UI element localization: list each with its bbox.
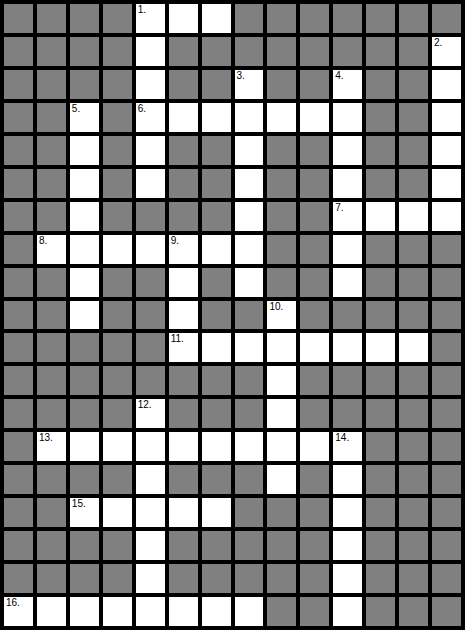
blocked-cell-r17-c8: [267, 564, 296, 593]
blocked-cell-r0-c12: [399, 4, 428, 33]
open-cell-r10-c12[interactable]: [399, 333, 428, 362]
open-cell-r9-c2[interactable]: [70, 301, 99, 330]
blocked-cell-r17-c5: [169, 564, 198, 593]
open-cell-r18-c6[interactable]: [202, 597, 231, 626]
open-cell-r18-c3[interactable]: [103, 597, 132, 626]
blocked-cell-r17-c3: [103, 564, 132, 593]
blocked-cell-r2-c5: [169, 70, 198, 99]
blocked-cell-r17-c13: [432, 564, 461, 593]
blocked-cell-r12-c1: [37, 399, 66, 428]
blocked-cell-r6-c3: [103, 202, 132, 231]
open-cell-r3-c10[interactable]: [333, 103, 362, 132]
blocked-cell-r9-c0: [4, 301, 33, 330]
blocked-cell-r5-c12: [399, 169, 428, 198]
open-cell-r3-c2[interactable]: 5.: [70, 103, 99, 132]
open-cell-r4-c2[interactable]: [70, 136, 99, 165]
blocked-cell-r4-c3: [103, 136, 132, 165]
blocked-cell-r4-c9: [300, 136, 329, 165]
blocked-cell-r11-c5: [169, 366, 198, 395]
blocked-cell-r15-c8: [267, 498, 296, 527]
open-cell-r13-c8[interactable]: [267, 432, 296, 461]
open-cell-r10-c10[interactable]: [333, 333, 362, 362]
blocked-cell-r3-c0: [4, 103, 33, 132]
blocked-cell-r7-c12: [399, 235, 428, 264]
blocked-cell-r5-c5: [169, 169, 198, 198]
clue-number-2: 2.: [434, 37, 442, 49]
clue-number-15: 15.: [72, 498, 86, 510]
blocked-cell-r14-c11: [366, 465, 395, 494]
clue-number-7: 7.: [335, 202, 343, 214]
blocked-cell-r2-c8: [267, 70, 296, 99]
blocked-cell-r12-c6: [202, 399, 231, 428]
blocked-cell-r15-c11: [366, 498, 395, 527]
blocked-cell-r1-c9: [300, 37, 329, 66]
open-cell-r3-c4[interactable]: 6.: [136, 103, 165, 132]
blocked-cell-r15-c0: [4, 498, 33, 527]
open-cell-r14-c4[interactable]: [136, 465, 165, 494]
blocked-cell-r4-c11: [366, 136, 395, 165]
blocked-cell-r1-c6: [202, 37, 231, 66]
open-cell-r17-c10[interactable]: [333, 564, 362, 593]
open-cell-r15-c5[interactable]: [169, 498, 198, 527]
blocked-cell-r10-c2: [70, 333, 99, 362]
clue-number-13: 13.: [39, 432, 53, 444]
open-cell-r13-c3[interactable]: [103, 432, 132, 461]
open-cell-r6-c2[interactable]: [70, 202, 99, 231]
open-cell-r17-c4[interactable]: [136, 564, 165, 593]
blocked-cell-r17-c2: [70, 564, 99, 593]
blocked-cell-r5-c8: [267, 169, 296, 198]
open-cell-r5-c2[interactable]: [70, 169, 99, 198]
blocked-cell-r6-c4: [136, 202, 165, 231]
blocked-cell-r14-c1: [37, 465, 66, 494]
open-cell-r15-c3[interactable]: [103, 498, 132, 527]
blocked-cell-r8-c3: [103, 268, 132, 297]
open-cell-r0-c5[interactable]: [169, 4, 198, 33]
blocked-cell-r8-c12: [399, 268, 428, 297]
blocked-cell-r15-c7: [235, 498, 264, 527]
blocked-cell-r18-c13: [432, 597, 461, 626]
open-cell-r10-c6[interactable]: [202, 333, 231, 362]
open-cell-r7-c2[interactable]: [70, 235, 99, 264]
blocked-cell-r3-c3: [103, 103, 132, 132]
clue-number-3: 3.: [237, 70, 245, 82]
blocked-cell-r16-c2: [70, 531, 99, 560]
blocked-cell-r8-c9: [300, 268, 329, 297]
open-cell-r16-c4[interactable]: [136, 531, 165, 560]
blocked-cell-r18-c8: [267, 597, 296, 626]
open-cell-r4-c4[interactable]: [136, 136, 165, 165]
open-cell-r15-c6[interactable]: [202, 498, 231, 527]
blocked-cell-r12-c9: [300, 399, 329, 428]
open-cell-r6-c13[interactable]: [432, 202, 461, 231]
blocked-cell-r16-c0: [4, 531, 33, 560]
blocked-cell-r0-c0: [4, 4, 33, 33]
open-cell-r7-c3[interactable]: [103, 235, 132, 264]
open-cell-r5-c10[interactable]: [333, 169, 362, 198]
blocked-cell-r13-c12: [399, 432, 428, 461]
blocked-cell-r16-c13: [432, 531, 461, 560]
blocked-cell-r9-c7: [235, 301, 264, 330]
open-cell-r3-c5[interactable]: [169, 103, 198, 132]
open-cell-r7-c6[interactable]: [202, 235, 231, 264]
open-cell-r6-c11[interactable]: [366, 202, 395, 231]
open-cell-r1-c13[interactable]: 2.: [432, 37, 461, 66]
blocked-cell-r15-c12: [399, 498, 428, 527]
blocked-cell-r9-c1: [37, 301, 66, 330]
blocked-cell-r14-c2: [70, 465, 99, 494]
open-cell-r5-c4[interactable]: [136, 169, 165, 198]
blocked-cell-r0-c2: [70, 4, 99, 33]
blocked-cell-r1-c8: [267, 37, 296, 66]
open-cell-r9-c8[interactable]: 10.: [267, 301, 296, 330]
blocked-cell-r14-c6: [202, 465, 231, 494]
open-cell-r8-c7[interactable]: [235, 268, 264, 297]
crossword-board: 1.2.3.4.5.6.7.8.9.10.11.12.13.14.15.16.: [0, 0, 465, 630]
blocked-cell-r11-c11: [366, 366, 395, 395]
blocked-cell-r6-c0: [4, 202, 33, 231]
blocked-cell-r0-c1: [37, 4, 66, 33]
blocked-cell-r9-c4: [136, 301, 165, 330]
blocked-cell-r8-c8: [267, 268, 296, 297]
blocked-cell-r5-c11: [366, 169, 395, 198]
clue-number-16: 16.: [6, 597, 20, 609]
blocked-cell-r9-c12: [399, 301, 428, 330]
blocked-cell-r7-c11: [366, 235, 395, 264]
blocked-cell-r12-c10: [333, 399, 362, 428]
blocked-cell-r15-c9: [300, 498, 329, 527]
blocked-cell-r17-c7: [235, 564, 264, 593]
blocked-cell-r7-c0: [4, 235, 33, 264]
open-cell-r13-c6[interactable]: [202, 432, 231, 461]
blocked-cell-r5-c1: [37, 169, 66, 198]
open-cell-r13-c9[interactable]: [300, 432, 329, 461]
open-cell-r10-c9[interactable]: [300, 333, 329, 362]
blocked-cell-r12-c2: [70, 399, 99, 428]
blocked-cell-r1-c12: [399, 37, 428, 66]
blocked-cell-r11-c12: [399, 366, 428, 395]
open-cell-r4-c7[interactable]: [235, 136, 264, 165]
blocked-cell-r13-c0: [4, 432, 33, 461]
blocked-cell-r1-c11: [366, 37, 395, 66]
open-cell-r6-c12[interactable]: [399, 202, 428, 231]
blocked-cell-r11-c10: [333, 366, 362, 395]
open-cell-r14-c8[interactable]: [267, 465, 296, 494]
open-cell-r3-c9[interactable]: [300, 103, 329, 132]
blocked-cell-r14-c3: [103, 465, 132, 494]
clue-number-8: 8.: [39, 235, 47, 247]
clue-number-5: 5.: [72, 103, 80, 115]
blocked-cell-r3-c11: [366, 103, 395, 132]
blocked-cell-r10-c4: [136, 333, 165, 362]
clue-number-12: 12.: [138, 399, 152, 411]
open-cell-r13-c10[interactable]: 14.: [333, 432, 362, 461]
open-cell-r18-c4[interactable]: [136, 597, 165, 626]
open-cell-r15-c2[interactable]: 15.: [70, 498, 99, 527]
open-cell-r4-c13[interactable]: [432, 136, 461, 165]
blocked-cell-r17-c12: [399, 564, 428, 593]
blocked-cell-r16-c8: [267, 531, 296, 560]
open-cell-r4-c10[interactable]: [333, 136, 362, 165]
blocked-cell-r4-c6: [202, 136, 231, 165]
blocked-cell-r2-c0: [4, 70, 33, 99]
blocked-cell-r0-c13: [432, 4, 461, 33]
blocked-cell-r12-c3: [103, 399, 132, 428]
open-cell-r18-c0[interactable]: 16.: [4, 597, 33, 626]
blocked-cell-r5-c3: [103, 169, 132, 198]
open-cell-r18-c1[interactable]: [37, 597, 66, 626]
clue-number-9: 9.: [171, 235, 179, 247]
blocked-cell-r12-c5: [169, 399, 198, 428]
blocked-cell-r10-c0: [4, 333, 33, 362]
blocked-cell-r0-c10: [333, 4, 362, 33]
blocked-cell-r14-c7: [235, 465, 264, 494]
blocked-cell-r14-c0: [4, 465, 33, 494]
blocked-cell-r16-c5: [169, 531, 198, 560]
open-cell-r2-c13[interactable]: [432, 70, 461, 99]
open-cell-r0-c6[interactable]: [202, 4, 231, 33]
open-cell-r0-c4[interactable]: 1.: [136, 4, 165, 33]
blocked-cell-r11-c0: [4, 366, 33, 395]
blocked-cell-r17-c6: [202, 564, 231, 593]
blocked-cell-r11-c4: [136, 366, 165, 395]
blocked-cell-r0-c7: [235, 4, 264, 33]
blocked-cell-r8-c11: [366, 268, 395, 297]
open-cell-r7-c10[interactable]: [333, 235, 362, 264]
blocked-cell-r12-c13: [432, 399, 461, 428]
open-cell-r3-c7[interactable]: [235, 103, 264, 132]
blocked-cell-r12-c12: [399, 399, 428, 428]
open-cell-r11-c8[interactable]: [267, 366, 296, 395]
blocked-cell-r4-c12: [399, 136, 428, 165]
blocked-cell-r13-c13: [432, 432, 461, 461]
blocked-cell-r9-c10: [333, 301, 362, 330]
open-cell-r6-c7[interactable]: [235, 202, 264, 231]
blocked-cell-r4-c0: [4, 136, 33, 165]
blocked-cell-r4-c1: [37, 136, 66, 165]
open-cell-r10-c5[interactable]: 11.: [169, 333, 198, 362]
blocked-cell-r3-c12: [399, 103, 428, 132]
blocked-cell-r5-c0: [4, 169, 33, 198]
open-cell-r18-c2[interactable]: [70, 597, 99, 626]
blocked-cell-r5-c6: [202, 169, 231, 198]
blocked-cell-r1-c2: [70, 37, 99, 66]
open-cell-r5-c7[interactable]: [235, 169, 264, 198]
blocked-cell-r17-c9: [300, 564, 329, 593]
blocked-cell-r16-c9: [300, 531, 329, 560]
blocked-cell-r16-c6: [202, 531, 231, 560]
blocked-cell-r15-c13: [432, 498, 461, 527]
blocked-cell-r9-c11: [366, 301, 395, 330]
blocked-cell-r2-c3: [103, 70, 132, 99]
blocked-cell-r2-c1: [37, 70, 66, 99]
open-cell-r2-c7[interactable]: 3.: [235, 70, 264, 99]
blocked-cell-r17-c11: [366, 564, 395, 593]
open-cell-r10-c8[interactable]: [267, 333, 296, 362]
open-cell-r9-c5[interactable]: [169, 301, 198, 330]
blocked-cell-r6-c1: [37, 202, 66, 231]
blocked-cell-r10-c3: [103, 333, 132, 362]
blocked-cell-r8-c13: [432, 268, 461, 297]
blocked-cell-r16-c1: [37, 531, 66, 560]
open-cell-r13-c2[interactable]: [70, 432, 99, 461]
open-cell-r2-c10[interactable]: 4.: [333, 70, 362, 99]
open-cell-r6-c10[interactable]: 7.: [333, 202, 362, 231]
blocked-cell-r4-c5: [169, 136, 198, 165]
blocked-cell-r10-c13: [432, 333, 461, 362]
blocked-cell-r2-c11: [366, 70, 395, 99]
blocked-cell-r11-c6: [202, 366, 231, 395]
blocked-cell-r9-c6: [202, 301, 231, 330]
open-cell-r18-c7[interactable]: [235, 597, 264, 626]
blocked-cell-r16-c3: [103, 531, 132, 560]
blocked-cell-r1-c0: [4, 37, 33, 66]
blocked-cell-r14-c13: [432, 465, 461, 494]
blocked-cell-r6-c6: [202, 202, 231, 231]
open-cell-r2-c4[interactable]: [136, 70, 165, 99]
blocked-cell-r7-c13: [432, 235, 461, 264]
open-cell-r1-c4[interactable]: [136, 37, 165, 66]
blocked-cell-r7-c9: [300, 235, 329, 264]
blocked-cell-r15-c1: [37, 498, 66, 527]
blocked-cell-r6-c9: [300, 202, 329, 231]
blocked-cell-r1-c3: [103, 37, 132, 66]
blocked-cell-r18-c12: [399, 597, 428, 626]
blocked-cell-r17-c1: [37, 564, 66, 593]
open-cell-r8-c10[interactable]: [333, 268, 362, 297]
open-cell-r3-c8[interactable]: [267, 103, 296, 132]
blocked-cell-r0-c8: [267, 4, 296, 33]
blocked-cell-r11-c1: [37, 366, 66, 395]
blocked-cell-r14-c5: [169, 465, 198, 494]
open-cell-r3-c6[interactable]: [202, 103, 231, 132]
blocked-cell-r1-c7: [235, 37, 264, 66]
open-cell-r7-c1[interactable]: 8.: [37, 235, 66, 264]
open-cell-r7-c4[interactable]: [136, 235, 165, 264]
open-cell-r3-c13[interactable]: [432, 103, 461, 132]
clue-number-10: 10.: [269, 301, 283, 313]
blocked-cell-r11-c9: [300, 366, 329, 395]
blocked-cell-r0-c3: [103, 4, 132, 33]
blocked-cell-r10-c1: [37, 333, 66, 362]
open-cell-r10-c7[interactable]: [235, 333, 264, 362]
blocked-cell-r8-c1: [37, 268, 66, 297]
blocked-cell-r11-c13: [432, 366, 461, 395]
blocked-cell-r16-c12: [399, 531, 428, 560]
blocked-cell-r8-c0: [4, 268, 33, 297]
open-cell-r18-c5[interactable]: [169, 597, 198, 626]
blocked-cell-r17-c0: [4, 564, 33, 593]
blocked-cell-r9-c13: [432, 301, 461, 330]
blocked-cell-r9-c3: [103, 301, 132, 330]
blocked-cell-r6-c8: [267, 202, 296, 231]
blocked-cell-r11-c2: [70, 366, 99, 395]
open-cell-r10-c11[interactable]: [366, 333, 395, 362]
open-cell-r5-c13[interactable]: [432, 169, 461, 198]
open-cell-r16-c10[interactable]: [333, 531, 362, 560]
blocked-cell-r2-c6: [202, 70, 231, 99]
blocked-cell-r14-c12: [399, 465, 428, 494]
open-cell-r13-c4[interactable]: [136, 432, 165, 461]
blocked-cell-r18-c11: [366, 597, 395, 626]
blocked-cell-r18-c9: [300, 597, 329, 626]
blocked-cell-r12-c0: [4, 399, 33, 428]
blocked-cell-r7-c8: [267, 235, 296, 264]
blocked-cell-r5-c9: [300, 169, 329, 198]
open-cell-r15-c10[interactable]: [333, 498, 362, 527]
blocked-cell-r12-c7: [235, 399, 264, 428]
open-cell-r12-c8[interactable]: [267, 399, 296, 428]
blocked-cell-r11-c3: [103, 366, 132, 395]
clue-number-14: 14.: [335, 432, 349, 444]
open-cell-r18-c10[interactable]: [333, 597, 362, 626]
open-cell-r8-c5[interactable]: [169, 268, 198, 297]
open-cell-r13-c5[interactable]: [169, 432, 198, 461]
open-cell-r7-c7[interactable]: [235, 235, 264, 264]
clue-number-6: 6.: [138, 103, 146, 115]
blocked-cell-r16-c11: [366, 531, 395, 560]
blocked-cell-r1-c1: [37, 37, 66, 66]
open-cell-r7-c5[interactable]: 9.: [169, 235, 198, 264]
blocked-cell-r9-c9: [300, 301, 329, 330]
open-cell-r13-c7[interactable]: [235, 432, 264, 461]
blocked-cell-r8-c6: [202, 268, 231, 297]
blocked-cell-r11-c7: [235, 366, 264, 395]
clue-number-11: 11.: [171, 333, 184, 345]
blocked-cell-r0-c9: [300, 4, 329, 33]
open-cell-r13-c1[interactable]: 13.: [37, 432, 66, 461]
blocked-cell-r12-c11: [366, 399, 395, 428]
open-cell-r15-c4[interactable]: [136, 498, 165, 527]
blocked-cell-r3-c1: [37, 103, 66, 132]
blocked-cell-r0-c11: [366, 4, 395, 33]
blocked-cell-r16-c7: [235, 531, 264, 560]
open-cell-r14-c10[interactable]: [333, 465, 362, 494]
blocked-cell-r13-c11: [366, 432, 395, 461]
blocked-cell-r2-c2: [70, 70, 99, 99]
blocked-cell-r1-c5: [169, 37, 198, 66]
clue-number-1: 1.: [138, 4, 146, 16]
open-cell-r8-c2[interactable]: [70, 268, 99, 297]
clue-number-4: 4.: [335, 70, 343, 82]
blocked-cell-r6-c5: [169, 202, 198, 231]
blocked-cell-r2-c9: [300, 70, 329, 99]
blocked-cell-r1-c10: [333, 37, 362, 66]
blocked-cell-r2-c12: [399, 70, 428, 99]
blocked-cell-r4-c8: [267, 136, 296, 165]
open-cell-r12-c4[interactable]: 12.: [136, 399, 165, 428]
blocked-cell-r14-c9: [300, 465, 329, 494]
blocked-cell-r8-c4: [136, 268, 165, 297]
